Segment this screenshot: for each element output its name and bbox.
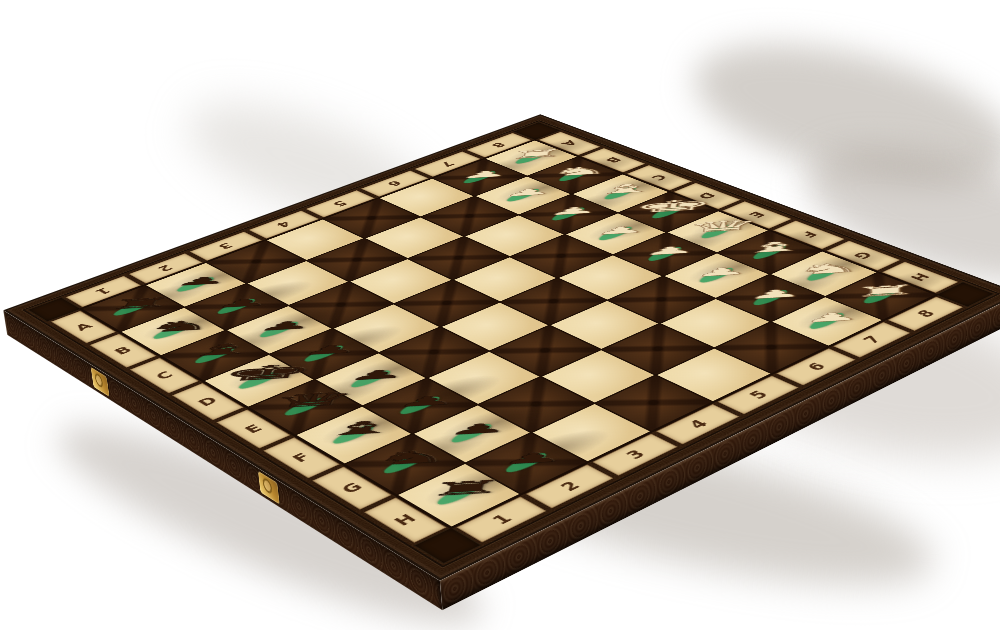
square-c1[interactable] — [161, 330, 269, 381]
file-label-text: B — [111, 345, 135, 357]
rank-label-8: 8 — [888, 297, 963, 331]
square-g2[interactable] — [412, 405, 531, 463]
rank-label-text: 8 — [912, 308, 939, 319]
rank-label-text: 3 — [215, 241, 237, 251]
square-h7[interactable] — [771, 297, 883, 347]
square-h2[interactable] — [465, 433, 587, 494]
scene: ABCDEFGH 12345678 12345678 ABCDEFGH ♜♞♝♚… — [0, 0, 1000, 630]
file-label-text: D — [194, 395, 221, 409]
square-h8[interactable] — [825, 272, 936, 320]
file-label-text: F — [288, 451, 314, 465]
file-label-e: E — [216, 410, 290, 449]
square-g4[interactable] — [541, 350, 656, 404]
square-g5[interactable] — [601, 324, 714, 376]
rank-label-text: 3 — [621, 447, 649, 461]
rank-label-text: 1 — [487, 511, 516, 526]
file-label-f: F — [263, 437, 340, 478]
square-e2[interactable] — [315, 353, 427, 406]
square-h1[interactable] — [396, 463, 520, 527]
rank-label-text: 5 — [330, 199, 351, 208]
square-f4[interactable] — [489, 325, 601, 376]
file-label-g: G — [312, 467, 391, 510]
square-f1[interactable] — [295, 406, 412, 464]
rank-label-text: 2 — [556, 479, 584, 494]
square-f2[interactable] — [362, 378, 478, 434]
square-f3[interactable] — [427, 351, 541, 405]
square-g3[interactable] — [478, 377, 595, 433]
file-label-text: C — [152, 369, 177, 381]
rank-label-text: 6 — [384, 179, 405, 188]
square-h5[interactable] — [656, 348, 772, 402]
file-label-text: H — [390, 512, 421, 529]
square-h3[interactable] — [531, 403, 651, 462]
square-e1[interactable] — [248, 380, 362, 436]
square-e3[interactable] — [379, 327, 490, 378]
square-h4[interactable] — [595, 375, 713, 431]
square-g6[interactable] — [660, 298, 771, 347]
square-g1[interactable] — [344, 434, 465, 495]
photo-canvas: ABCDEFGH 12345678 12345678 ABCDEFGH ♜♞♝♚… — [0, 0, 1000, 630]
square-f5[interactable] — [549, 300, 659, 349]
frame-corner — [414, 527, 482, 563]
rank-label-text: 7 — [858, 334, 885, 346]
rank-label-text: 6 — [803, 360, 830, 372]
rank-label-text: 4 — [273, 220, 294, 229]
file-label-c: C — [130, 358, 199, 393]
file-label-d: D — [172, 383, 243, 420]
file-label-text: G — [337, 480, 367, 496]
rank-label-text: 5 — [744, 388, 772, 401]
square-d2[interactable] — [269, 329, 379, 380]
square-h6[interactable] — [714, 322, 828, 374]
rank-label-7: 7 — [833, 322, 910, 358]
square-e4[interactable] — [440, 302, 549, 351]
chess-board: ABCDEFGH 12345678 12345678 ABCDEFGH ♜♞♝♚… — [3, 114, 1000, 581]
rank-labels-near: 12345678 — [451, 295, 967, 545]
file-label-text: E — [241, 422, 266, 435]
rank-label-text: 4 — [684, 417, 712, 430]
file-label-h: H — [364, 497, 446, 542]
